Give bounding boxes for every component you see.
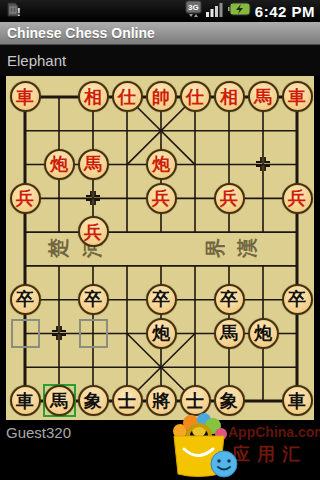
red-horse[interactable]: 馬: [248, 81, 279, 112]
point-marker: [84, 189, 102, 207]
black-soldier[interactable]: 卒: [214, 284, 245, 315]
red-advisor[interactable]: 仕: [180, 81, 211, 112]
svg-text:!: !: [17, 6, 21, 18]
black-chariot[interactable]: 車: [10, 385, 41, 416]
appchina-bag-logo: [166, 406, 242, 480]
svg-text:3G: 3G: [188, 3, 199, 12]
point-marker: [254, 155, 272, 173]
red-elephant[interactable]: 相: [78, 81, 109, 112]
red-chariot[interactable]: 車: [282, 81, 313, 112]
red-general[interactable]: 帥: [146, 81, 177, 112]
watermark-cn-text: 应用汇: [232, 442, 307, 466]
opponent-label: Elephant: [0, 52, 66, 69]
red-cannon[interactable]: 炮: [44, 149, 75, 180]
red-soldier[interactable]: 兵: [146, 183, 177, 214]
app-screen: ! 3G: [0, 0, 320, 480]
signal-strength-icon: [206, 1, 223, 21]
status-icons: 3G 6:42 PM: [184, 0, 315, 22]
red-soldier[interactable]: 兵: [10, 183, 41, 214]
player-name: Guest320: [6, 424, 71, 441]
move-hint-square[interactable]: [79, 319, 108, 348]
app-title: Chinese Chess Online: [0, 25, 155, 41]
red-cannon[interactable]: 炮: [146, 149, 177, 180]
black-cannon[interactable]: 炮: [248, 318, 279, 349]
clock: 6:42 PM: [255, 3, 315, 20]
red-chariot[interactable]: 車: [10, 81, 41, 112]
red-soldier[interactable]: 兵: [78, 216, 109, 247]
black-advisor[interactable]: 士: [112, 385, 143, 416]
black-chariot[interactable]: 車: [282, 385, 313, 416]
sim-card-warning-icon: !: [5, 1, 22, 22]
red-soldier[interactable]: 兵: [214, 183, 245, 214]
mobile-data-3g-icon: 3G: [184, 0, 202, 22]
black-horse[interactable]: 馬: [214, 318, 245, 349]
point-marker: [50, 324, 68, 342]
battery-charging-icon: [227, 2, 251, 20]
black-elephant[interactable]: 象: [78, 385, 109, 416]
red-horse[interactable]: 馬: [78, 149, 109, 180]
black-cannon[interactable]: 炮: [146, 318, 177, 349]
black-horse[interactable]: 馬: [44, 385, 75, 416]
black-soldier[interactable]: 卒: [78, 284, 109, 315]
board-grid[interactable]: 車相仕帥仕相馬車炮馬炮兵兵兵兵兵卒卒卒卒卒炮馬炮車馬象士將士象車: [8, 80, 314, 418]
move-hint-square[interactable]: [11, 319, 40, 348]
black-soldier[interactable]: 卒: [146, 284, 177, 315]
title-bar: Chinese Chess Online: [0, 22, 320, 45]
black-soldier[interactable]: 卒: [10, 284, 41, 315]
opponent-bar: Elephant: [0, 45, 320, 76]
status-bar: ! 3G: [0, 0, 320, 22]
xiangqi-board[interactable]: 楚 河 界 漢 車相仕帥仕相馬車炮馬炮兵兵兵兵兵卒卒卒卒卒炮馬炮車馬象士將士象車: [6, 76, 314, 420]
red-advisor[interactable]: 仕: [112, 81, 143, 112]
red-elephant[interactable]: 相: [214, 81, 245, 112]
black-soldier[interactable]: 卒: [282, 284, 313, 315]
red-soldier[interactable]: 兵: [282, 183, 313, 214]
